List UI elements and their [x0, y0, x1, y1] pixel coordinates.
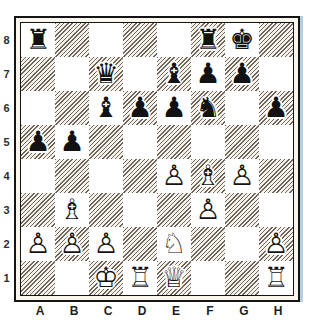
square-a4	[21, 159, 55, 193]
square-d7	[123, 57, 157, 91]
white-pawn: ♟♙	[59, 227, 84, 261]
black-knight: ♞	[195, 91, 220, 125]
white-pawn: ♟♙	[263, 227, 288, 261]
white-queen: ♛♕	[161, 261, 186, 295]
white-pawn: ♟♙	[25, 227, 50, 261]
square-a8: ♜	[21, 23, 55, 57]
rank-label-1: 1	[0, 261, 13, 295]
square-c5	[89, 125, 123, 159]
rank-labels: 87654321	[0, 23, 13, 295]
white-pawn: ♟♙	[93, 227, 118, 261]
white-pawn: ♟♙	[229, 159, 254, 193]
square-d2	[123, 227, 157, 261]
white-rook: ♜♖	[263, 261, 288, 295]
square-c2: ♟♙	[89, 227, 123, 261]
square-b4	[55, 159, 89, 193]
board-frame: ♜♜♚♛♝♟♟♝♟♟♞♟♟♟♟♙♝♗♟♙♝♗♟♙♟♙♟♙♟♙♞♘♟♙♚♔♜♖♛♕…	[14, 16, 300, 302]
square-b2: ♟♙	[55, 227, 89, 261]
square-h6: ♟	[259, 91, 293, 125]
square-f5	[191, 125, 225, 159]
white-pawn-outline: ♙	[93, 227, 118, 261]
black-pawn: ♟	[25, 125, 50, 159]
file-labels: ABCDEFGH	[23, 302, 295, 319]
square-g7: ♟	[225, 57, 259, 91]
black-rook: ♜	[25, 23, 50, 57]
square-c1: ♚♔	[89, 261, 123, 295]
file-label-a: A	[23, 302, 57, 319]
file-label-c: C	[91, 302, 125, 319]
square-g4: ♟♙	[225, 159, 259, 193]
square-g3	[225, 193, 259, 227]
square-c7: ♛	[89, 57, 123, 91]
chess-board: ♜♜♚♛♝♟♟♝♟♟♞♟♟♟♟♙♝♗♟♙♝♗♟♙♟♙♟♙♟♙♞♘♟♙♚♔♜♖♛♕…	[20, 22, 294, 296]
white-rook-outline: ♖	[263, 261, 288, 295]
white-pawn: ♟♙	[195, 193, 220, 227]
square-e1: ♛♕	[157, 261, 191, 295]
square-d6: ♟	[123, 91, 157, 125]
square-e6: ♟	[157, 91, 191, 125]
square-b5: ♟	[55, 125, 89, 159]
square-a2: ♟♙	[21, 227, 55, 261]
white-king-outline: ♔	[93, 261, 118, 295]
square-g5	[225, 125, 259, 159]
square-c6: ♝	[89, 91, 123, 125]
square-h8	[259, 23, 293, 57]
square-d1: ♜♖	[123, 261, 157, 295]
rank-label-3: 3	[0, 193, 13, 227]
black-pawn: ♟	[263, 91, 288, 125]
square-e7: ♝	[157, 57, 191, 91]
edge-accent-line	[300, 16, 303, 302]
square-a6	[21, 91, 55, 125]
square-f4: ♝♗	[191, 159, 225, 193]
square-f8: ♜	[191, 23, 225, 57]
square-a1	[21, 261, 55, 295]
black-bishop: ♝	[93, 91, 118, 125]
square-e4: ♟♙	[157, 159, 191, 193]
white-bishop-outline: ♗	[195, 159, 220, 193]
square-b1	[55, 261, 89, 295]
white-pawn-outline: ♙	[25, 227, 50, 261]
square-g1	[225, 261, 259, 295]
file-label-b: B	[57, 302, 91, 319]
white-bishop-outline: ♗	[59, 193, 84, 227]
file-label-h: H	[261, 302, 295, 319]
square-c4	[89, 159, 123, 193]
square-h2: ♟♙	[259, 227, 293, 261]
square-d3	[123, 193, 157, 227]
file-label-f: F	[193, 302, 227, 319]
white-king: ♚♔	[93, 261, 118, 295]
square-g8: ♚	[225, 23, 259, 57]
white-pawn-outline: ♙	[263, 227, 288, 261]
square-h3	[259, 193, 293, 227]
white-knight: ♞♘	[161, 227, 186, 261]
square-f6: ♞	[191, 91, 225, 125]
square-h4	[259, 159, 293, 193]
black-queen: ♛	[93, 57, 118, 91]
rank-label-6: 6	[0, 91, 13, 125]
square-e8	[157, 23, 191, 57]
square-d4	[123, 159, 157, 193]
black-rook: ♜	[195, 23, 220, 57]
rank-label-7: 7	[0, 57, 13, 91]
file-label-e: E	[159, 302, 193, 319]
chess-diagram-page: 87654321 ♜♜♚♛♝♟♟♝♟♟♞♟♟♟♟♙♝♗♟♙♝♗♟♙♟♙♟♙♟♙♞…	[0, 0, 314, 320]
rank-label-5: 5	[0, 125, 13, 159]
square-g2	[225, 227, 259, 261]
black-pawn: ♟	[229, 57, 254, 91]
file-label-g: G	[227, 302, 261, 319]
black-bishop: ♝	[161, 57, 186, 91]
white-pawn-outline: ♙	[229, 159, 254, 193]
white-bishop: ♝♗	[195, 159, 220, 193]
square-b7	[55, 57, 89, 91]
rank-label-4: 4	[0, 159, 13, 193]
white-bishop: ♝♗	[59, 193, 84, 227]
square-a5: ♟	[21, 125, 55, 159]
square-b3: ♝♗	[55, 193, 89, 227]
square-b8	[55, 23, 89, 57]
white-rook: ♜♖	[127, 261, 152, 295]
square-a3	[21, 193, 55, 227]
square-c3	[89, 193, 123, 227]
square-e5	[157, 125, 191, 159]
file-label-d: D	[125, 302, 159, 319]
white-pawn-outline: ♙	[195, 193, 220, 227]
white-knight-outline: ♘	[161, 227, 186, 261]
square-f2	[191, 227, 225, 261]
square-e2: ♞♘	[157, 227, 191, 261]
square-h5	[259, 125, 293, 159]
black-pawn: ♟	[59, 125, 84, 159]
square-h7	[259, 57, 293, 91]
white-pawn-outline: ♙	[161, 159, 186, 193]
white-queen-outline: ♕	[161, 261, 186, 295]
square-e3	[157, 193, 191, 227]
square-f1	[191, 261, 225, 295]
square-f3: ♟♙	[191, 193, 225, 227]
square-h1: ♜♖	[259, 261, 293, 295]
square-b6	[55, 91, 89, 125]
square-g6	[225, 91, 259, 125]
white-pawn-outline: ♙	[59, 227, 84, 261]
square-d5	[123, 125, 157, 159]
rank-label-8: 8	[0, 23, 13, 57]
black-pawn: ♟	[195, 57, 220, 91]
rank-label-2: 2	[0, 227, 13, 261]
white-rook-outline: ♖	[127, 261, 152, 295]
black-king: ♚	[229, 23, 254, 57]
square-f7: ♟	[191, 57, 225, 91]
black-pawn: ♟	[127, 91, 152, 125]
square-c8	[89, 23, 123, 57]
black-pawn: ♟	[161, 91, 186, 125]
square-d8	[123, 23, 157, 57]
white-pawn: ♟♙	[161, 159, 186, 193]
square-a7	[21, 57, 55, 91]
